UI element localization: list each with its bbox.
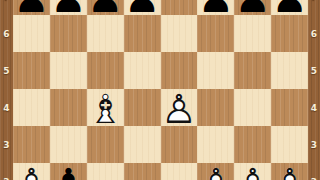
rank-label-right-5: 5 <box>308 66 320 75</box>
rank-label-left-3: 3 <box>0 140 13 149</box>
square-h7[interactable]: ♟ <box>271 0 308 15</box>
square-g5[interactable] <box>234 52 271 89</box>
square-a5[interactable] <box>13 52 50 89</box>
square-d3[interactable] <box>124 126 161 163</box>
square-d5[interactable] <box>124 52 161 89</box>
square-e3[interactable] <box>161 126 198 163</box>
rank-label-right-2: 2 <box>308 177 320 180</box>
piece-outline-glyph: ♗ <box>87 89 123 129</box>
piece-outline-glyph: ♙ <box>161 89 197 129</box>
black-pawn-d7[interactable]: ♟ <box>124 0 161 15</box>
square-d6[interactable] <box>124 15 161 52</box>
white-pawn-e4[interactable]: ♟♙ <box>161 89 198 126</box>
rank-label-left-6: 6 <box>0 29 13 38</box>
square-f7[interactable]: ♟ <box>197 0 234 15</box>
square-h2[interactable]: ♟♙ <box>271 163 308 180</box>
white-pawn-h2[interactable]: ♟♙ <box>271 163 308 180</box>
square-c6[interactable] <box>87 15 124 52</box>
square-c4[interactable]: ♝♗ <box>87 89 124 126</box>
square-h6[interactable] <box>271 15 308 52</box>
square-h5[interactable] <box>271 52 308 89</box>
rank-label-right-3: 3 <box>308 140 320 149</box>
square-b5[interactable] <box>50 52 87 89</box>
square-e4[interactable]: ♟♙ <box>161 89 198 126</box>
square-g4[interactable] <box>234 89 271 126</box>
square-g7[interactable]: ♟ <box>234 0 271 15</box>
square-f6[interactable] <box>197 15 234 52</box>
rank-label-left-7: 7 <box>0 0 13 1</box>
square-a7[interactable]: ♟ <box>13 0 50 15</box>
rank-label-right-6: 6 <box>308 29 320 38</box>
black-pawn-b2[interactable]: ♟ <box>50 163 87 180</box>
piece-outline-glyph: ♙ <box>235 163 271 180</box>
black-pawn-f7[interactable]: ♟ <box>197 0 234 15</box>
square-e7[interactable] <box>161 0 198 15</box>
piece-outline-glyph: ♙ <box>272 163 308 180</box>
square-g3[interactable] <box>234 126 271 163</box>
white-pawn-a2[interactable]: ♟♙ <box>13 163 50 180</box>
square-h4[interactable] <box>271 89 308 126</box>
board-grid: ♟♟♟♟♟♟♟♝♗♟♙♟♙♟♟♙♟♙♟♙ <box>13 0 308 180</box>
square-b4[interactable] <box>50 89 87 126</box>
square-g6[interactable] <box>234 15 271 52</box>
square-b6[interactable] <box>50 15 87 52</box>
piece-solid-glyph: ♟ <box>50 163 86 180</box>
black-pawn-h7[interactable]: ♟ <box>271 0 308 15</box>
piece-fill-glyph: ♟ <box>161 89 197 129</box>
black-pawn-a7[interactable]: ♟ <box>13 0 50 15</box>
chess-diagram: ♟♟♟♟♟♟♟♝♗♟♙♟♙♟♟♙♟♙♟♙ 765432 765432 <box>0 0 320 180</box>
square-e6[interactable] <box>161 15 198 52</box>
square-b3[interactable] <box>50 126 87 163</box>
square-d4[interactable] <box>124 89 161 126</box>
square-c7[interactable]: ♟ <box>87 0 124 15</box>
white-pawn-g2[interactable]: ♟♙ <box>234 163 271 180</box>
piece-fill-glyph: ♟ <box>272 163 308 180</box>
piece-outline-glyph: ♙ <box>198 163 234 180</box>
square-f5[interactable] <box>197 52 234 89</box>
square-c5[interactable] <box>87 52 124 89</box>
piece-fill-glyph: ♝ <box>87 89 123 129</box>
square-f2[interactable]: ♟♙ <box>197 163 234 180</box>
rank-label-left-4: 4 <box>0 103 13 112</box>
white-pawn-f2[interactable]: ♟♙ <box>197 163 234 180</box>
rank-label-left-5: 5 <box>0 66 13 75</box>
square-c2[interactable] <box>87 163 124 180</box>
piece-fill-glyph: ♟ <box>198 163 234 180</box>
black-pawn-g7[interactable]: ♟ <box>234 0 271 15</box>
rank-label-right-7: 7 <box>308 0 320 1</box>
piece-fill-glyph: ♟ <box>235 163 271 180</box>
square-c3[interactable] <box>87 126 124 163</box>
square-b7[interactable]: ♟ <box>50 0 87 15</box>
square-g2[interactable]: ♟♙ <box>234 163 271 180</box>
square-e5[interactable] <box>161 52 198 89</box>
black-pawn-c7[interactable]: ♟ <box>87 0 124 15</box>
rank-labels-left-frame: 765432 <box>0 0 13 180</box>
rank-label-left-2: 2 <box>0 177 13 180</box>
rank-label-right-4: 4 <box>308 103 320 112</box>
piece-outline-glyph: ♙ <box>14 163 50 180</box>
square-f4[interactable] <box>197 89 234 126</box>
square-d7[interactable]: ♟ <box>124 0 161 15</box>
black-pawn-b7[interactable]: ♟ <box>50 0 87 15</box>
square-e2[interactable] <box>161 163 198 180</box>
square-d2[interactable] <box>124 163 161 180</box>
square-a3[interactable] <box>13 126 50 163</box>
square-f3[interactable] <box>197 126 234 163</box>
square-b2[interactable]: ♟ <box>50 163 87 180</box>
piece-fill-glyph: ♟ <box>14 163 50 180</box>
square-h3[interactable] <box>271 126 308 163</box>
square-a4[interactable] <box>13 89 50 126</box>
square-a6[interactable] <box>13 15 50 52</box>
square-a2[interactable]: ♟♙ <box>13 163 50 180</box>
rank-labels-right-frame: 765432 <box>308 0 320 180</box>
white-bishop-c4[interactable]: ♝♗ <box>87 89 124 126</box>
